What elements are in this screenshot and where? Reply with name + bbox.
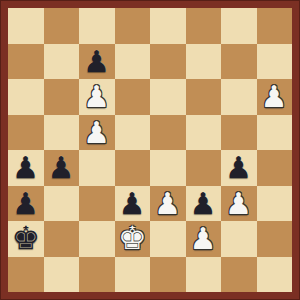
black-pawn[interactable]: ♟ [190,186,217,222]
white-pawn[interactable]: ♟ [261,79,288,115]
black-pawn[interactable]: ♟ [225,150,252,186]
square-c4[interactable] [79,150,115,186]
black-pawn[interactable]: ♟ [12,186,39,222]
square-f3[interactable]: ♟ [186,186,222,222]
square-a1[interactable] [8,257,44,293]
square-h4[interactable] [257,150,293,186]
black-pawn[interactable]: ♟ [12,150,39,186]
square-c3[interactable] [79,186,115,222]
square-h8[interactable] [257,8,293,44]
square-e7[interactable] [150,44,186,80]
square-d8[interactable] [115,8,151,44]
square-b3[interactable] [44,186,80,222]
white-pawn[interactable]: ♟ [225,186,252,222]
square-c1[interactable] [79,257,115,293]
square-c5[interactable]: ♟ [79,115,115,151]
square-d4[interactable] [115,150,151,186]
black-pawn[interactable]: ♟ [119,186,146,222]
square-a6[interactable] [8,79,44,115]
square-a7[interactable] [8,44,44,80]
square-d3[interactable]: ♟ [115,186,151,222]
square-h5[interactable] [257,115,293,151]
square-c2[interactable] [79,221,115,257]
chess-board: ♟♟♟♟♟♟♟♟♟♟♟♟♚♚♟ [8,8,292,292]
white-king[interactable]: ♚ [118,221,147,257]
square-e5[interactable] [150,115,186,151]
square-h2[interactable] [257,221,293,257]
square-f5[interactable] [186,115,222,151]
square-c6[interactable]: ♟ [79,79,115,115]
square-d7[interactable] [115,44,151,80]
square-g2[interactable] [221,221,257,257]
square-h6[interactable]: ♟ [257,79,293,115]
square-a8[interactable] [8,8,44,44]
square-h1[interactable] [257,257,293,293]
square-b6[interactable] [44,79,80,115]
square-g1[interactable] [221,257,257,293]
white-pawn[interactable]: ♟ [154,186,181,222]
square-a3[interactable]: ♟ [8,186,44,222]
square-d1[interactable] [115,257,151,293]
square-b2[interactable] [44,221,80,257]
square-e3[interactable]: ♟ [150,186,186,222]
square-g3[interactable]: ♟ [221,186,257,222]
square-f4[interactable] [186,150,222,186]
square-g4[interactable]: ♟ [221,150,257,186]
square-f8[interactable] [186,8,222,44]
square-b1[interactable] [44,257,80,293]
square-c8[interactable] [79,8,115,44]
square-a2[interactable]: ♚ [8,221,44,257]
black-king[interactable]: ♚ [11,221,40,257]
square-f1[interactable] [186,257,222,293]
white-pawn[interactable]: ♟ [83,115,110,151]
square-d6[interactable] [115,79,151,115]
square-e8[interactable] [150,8,186,44]
square-d2[interactable]: ♚ [115,221,151,257]
black-pawn[interactable]: ♟ [48,150,75,186]
square-g6[interactable] [221,79,257,115]
square-a4[interactable]: ♟ [8,150,44,186]
square-b8[interactable] [44,8,80,44]
square-f6[interactable] [186,79,222,115]
square-c7[interactable]: ♟ [79,44,115,80]
square-h3[interactable] [257,186,293,222]
board-frame: ♟♟♟♟♟♟♟♟♟♟♟♟♚♚♟ [0,0,300,300]
square-b5[interactable] [44,115,80,151]
square-a5[interactable] [8,115,44,151]
square-d5[interactable] [115,115,151,151]
square-e4[interactable] [150,150,186,186]
black-pawn[interactable]: ♟ [83,44,110,80]
square-e6[interactable] [150,79,186,115]
square-e2[interactable] [150,221,186,257]
white-pawn[interactable]: ♟ [83,79,110,115]
square-g8[interactable] [221,8,257,44]
square-f2[interactable]: ♟ [186,221,222,257]
square-f7[interactable] [186,44,222,80]
square-b4[interactable]: ♟ [44,150,80,186]
square-e1[interactable] [150,257,186,293]
square-h7[interactable] [257,44,293,80]
square-b7[interactable] [44,44,80,80]
square-g7[interactable] [221,44,257,80]
white-pawn[interactable]: ♟ [190,221,217,257]
square-g5[interactable] [221,115,257,151]
